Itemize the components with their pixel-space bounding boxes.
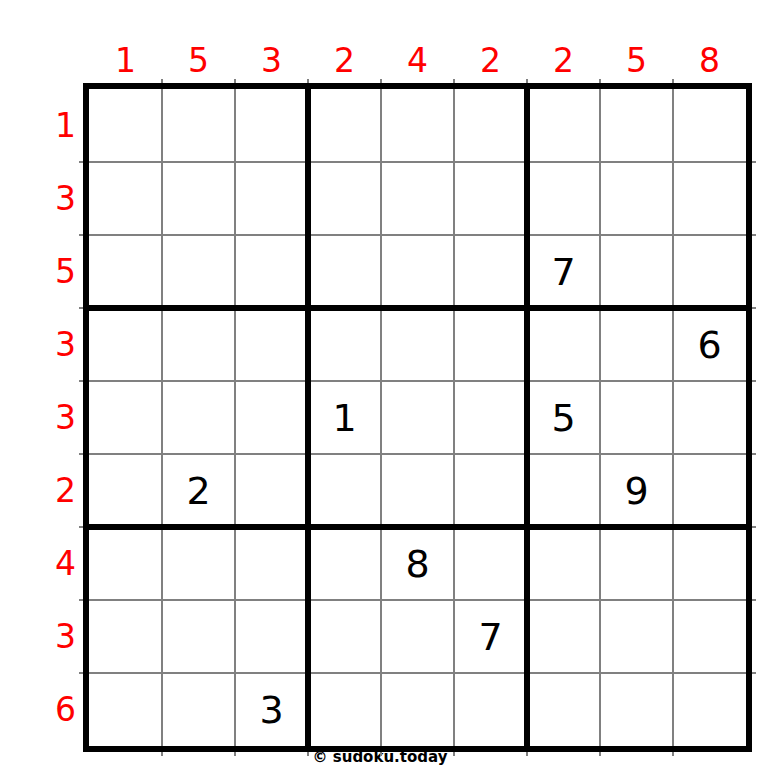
cell-r3c6[interactable] <box>454 235 527 308</box>
cell-r1c3[interactable] <box>235 89 308 162</box>
cell-r9c3[interactable]: 3 <box>235 673 308 746</box>
cell-r4c1[interactable] <box>89 308 162 381</box>
top-clue-col5: 4 <box>381 42 454 80</box>
cell-r9c7[interactable] <box>527 673 600 746</box>
cell-r9c1[interactable] <box>89 673 162 746</box>
cell-r8c8[interactable] <box>600 600 673 673</box>
cell-r1c9[interactable] <box>673 89 746 162</box>
left-clues: 135332436 <box>0 89 76 746</box>
cell-r9c9[interactable] <box>673 673 746 746</box>
cell-r7c7[interactable] <box>527 527 600 600</box>
cell-r8c1[interactable] <box>89 600 162 673</box>
cell-r6c7[interactable] <box>527 454 600 527</box>
cell-r8c9[interactable] <box>673 600 746 673</box>
cell-r6c5[interactable] <box>381 454 454 527</box>
left-clue-row2: 3 <box>0 162 76 235</box>
cell-r4c9[interactable]: 6 <box>673 308 746 381</box>
top-clue-col4: 2 <box>308 42 381 80</box>
cell-r5c6[interactable] <box>454 381 527 454</box>
cell-r8c7[interactable] <box>527 600 600 673</box>
top-clue-col6: 2 <box>454 42 527 80</box>
cell-r5c7[interactable]: 5 <box>527 381 600 454</box>
cell-r5c4[interactable]: 1 <box>308 381 381 454</box>
cell-r6c9[interactable] <box>673 454 746 527</box>
left-clue-row4: 3 <box>0 308 76 381</box>
cell-r2c6[interactable] <box>454 162 527 235</box>
cell-r5c5[interactable] <box>381 381 454 454</box>
cell-r4c7[interactable] <box>527 308 600 381</box>
cell-r9c5[interactable] <box>381 673 454 746</box>
left-clue-row5: 3 <box>0 381 76 454</box>
cell-r4c6[interactable] <box>454 308 527 381</box>
cell-r8c5[interactable] <box>381 600 454 673</box>
cell-r7c8[interactable] <box>600 527 673 600</box>
left-clue-row7: 4 <box>0 527 76 600</box>
left-clue-row3: 5 <box>0 235 76 308</box>
cell-r4c5[interactable] <box>381 308 454 381</box>
cell-r3c4[interactable] <box>308 235 381 308</box>
sudoku-board: 761529873 <box>83 83 752 752</box>
cell-r7c4[interactable] <box>308 527 381 600</box>
cell-r2c1[interactable] <box>89 162 162 235</box>
top-clue-col9: 8 <box>673 42 746 80</box>
cell-r1c4[interactable] <box>308 89 381 162</box>
cell-r1c5[interactable] <box>381 89 454 162</box>
cell-r1c7[interactable] <box>527 89 600 162</box>
cell-r9c2[interactable] <box>162 673 235 746</box>
top-clue-col8: 5 <box>600 42 673 80</box>
cell-r5c3[interactable] <box>235 381 308 454</box>
cell-r4c8[interactable] <box>600 308 673 381</box>
cell-r5c2[interactable] <box>162 381 235 454</box>
cell-r1c6[interactable] <box>454 89 527 162</box>
cell-r6c1[interactable] <box>89 454 162 527</box>
cell-r8c3[interactable] <box>235 600 308 673</box>
cell-r4c4[interactable] <box>308 308 381 381</box>
cell-r6c4[interactable] <box>308 454 381 527</box>
cell-r3c5[interactable] <box>381 235 454 308</box>
cell-r2c9[interactable] <box>673 162 746 235</box>
cell-r9c4[interactable] <box>308 673 381 746</box>
cell-r3c7[interactable]: 7 <box>527 235 600 308</box>
left-clue-row9: 6 <box>0 673 76 746</box>
cell-r2c7[interactable] <box>527 162 600 235</box>
cell-r7c5[interactable]: 8 <box>381 527 454 600</box>
cell-r3c3[interactable] <box>235 235 308 308</box>
cell-r9c6[interactable] <box>454 673 527 746</box>
cell-r3c2[interactable] <box>162 235 235 308</box>
cell-r6c3[interactable] <box>235 454 308 527</box>
cell-r5c9[interactable] <box>673 381 746 454</box>
top-clue-col1: 1 <box>89 42 162 80</box>
cell-r1c8[interactable] <box>600 89 673 162</box>
cell-r2c8[interactable] <box>600 162 673 235</box>
cell-r2c3[interactable] <box>235 162 308 235</box>
cell-r3c1[interactable] <box>89 235 162 308</box>
cell-r6c2[interactable]: 2 <box>162 454 235 527</box>
puzzle-stage: 153242258 135332436 761529873 © sudoku.t… <box>0 0 760 770</box>
cell-r6c8[interactable]: 9 <box>600 454 673 527</box>
cell-r2c4[interactable] <box>308 162 381 235</box>
board-cells: 761529873 <box>89 89 746 746</box>
cell-r7c9[interactable] <box>673 527 746 600</box>
cell-r1c1[interactable] <box>89 89 162 162</box>
cell-r7c3[interactable] <box>235 527 308 600</box>
cell-r9c8[interactable] <box>600 673 673 746</box>
cell-r4c3[interactable] <box>235 308 308 381</box>
cell-r5c1[interactable] <box>89 381 162 454</box>
cell-r8c6[interactable]: 7 <box>454 600 527 673</box>
cell-r4c2[interactable] <box>162 308 235 381</box>
cell-r6c6[interactable] <box>454 454 527 527</box>
top-clue-col3: 3 <box>235 42 308 80</box>
cell-r7c6[interactable] <box>454 527 527 600</box>
cell-r3c8[interactable] <box>600 235 673 308</box>
left-clue-row8: 3 <box>0 600 76 673</box>
top-clue-col2: 5 <box>162 42 235 80</box>
cell-r3c9[interactable] <box>673 235 746 308</box>
cell-r2c2[interactable] <box>162 162 235 235</box>
cell-r7c2[interactable] <box>162 527 235 600</box>
top-clue-col7: 2 <box>527 42 600 80</box>
cell-r2c5[interactable] <box>381 162 454 235</box>
left-clue-row6: 2 <box>0 454 76 527</box>
cell-r5c8[interactable] <box>600 381 673 454</box>
top-clues: 153242258 <box>89 42 746 80</box>
cell-r8c2[interactable] <box>162 600 235 673</box>
cell-r1c2[interactable] <box>162 89 235 162</box>
cell-r7c1[interactable] <box>89 527 162 600</box>
cell-r8c4[interactable] <box>308 600 381 673</box>
left-clue-row1: 1 <box>0 89 76 162</box>
